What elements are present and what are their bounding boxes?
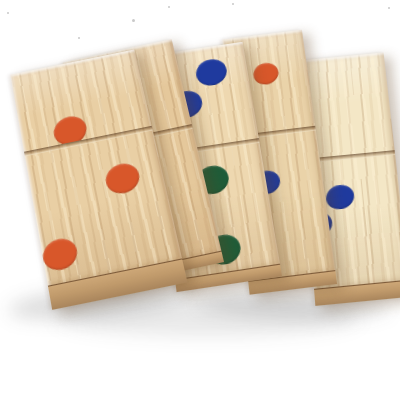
dust-speck: [132, 19, 135, 22]
pip-blue: [192, 55, 230, 90]
pip-orange: [101, 159, 144, 199]
dust-speck: [168, 6, 170, 8]
dust-speck: [232, 3, 234, 5]
dust-speck: [388, 7, 390, 9]
pip-orange: [251, 59, 282, 87]
pip-orange: [39, 234, 83, 276]
dust-speck: [78, 37, 80, 39]
dominoes-photo-scene: [0, 0, 400, 399]
dust-speck: [7, 12, 9, 14]
pip-blue: [323, 181, 357, 212]
